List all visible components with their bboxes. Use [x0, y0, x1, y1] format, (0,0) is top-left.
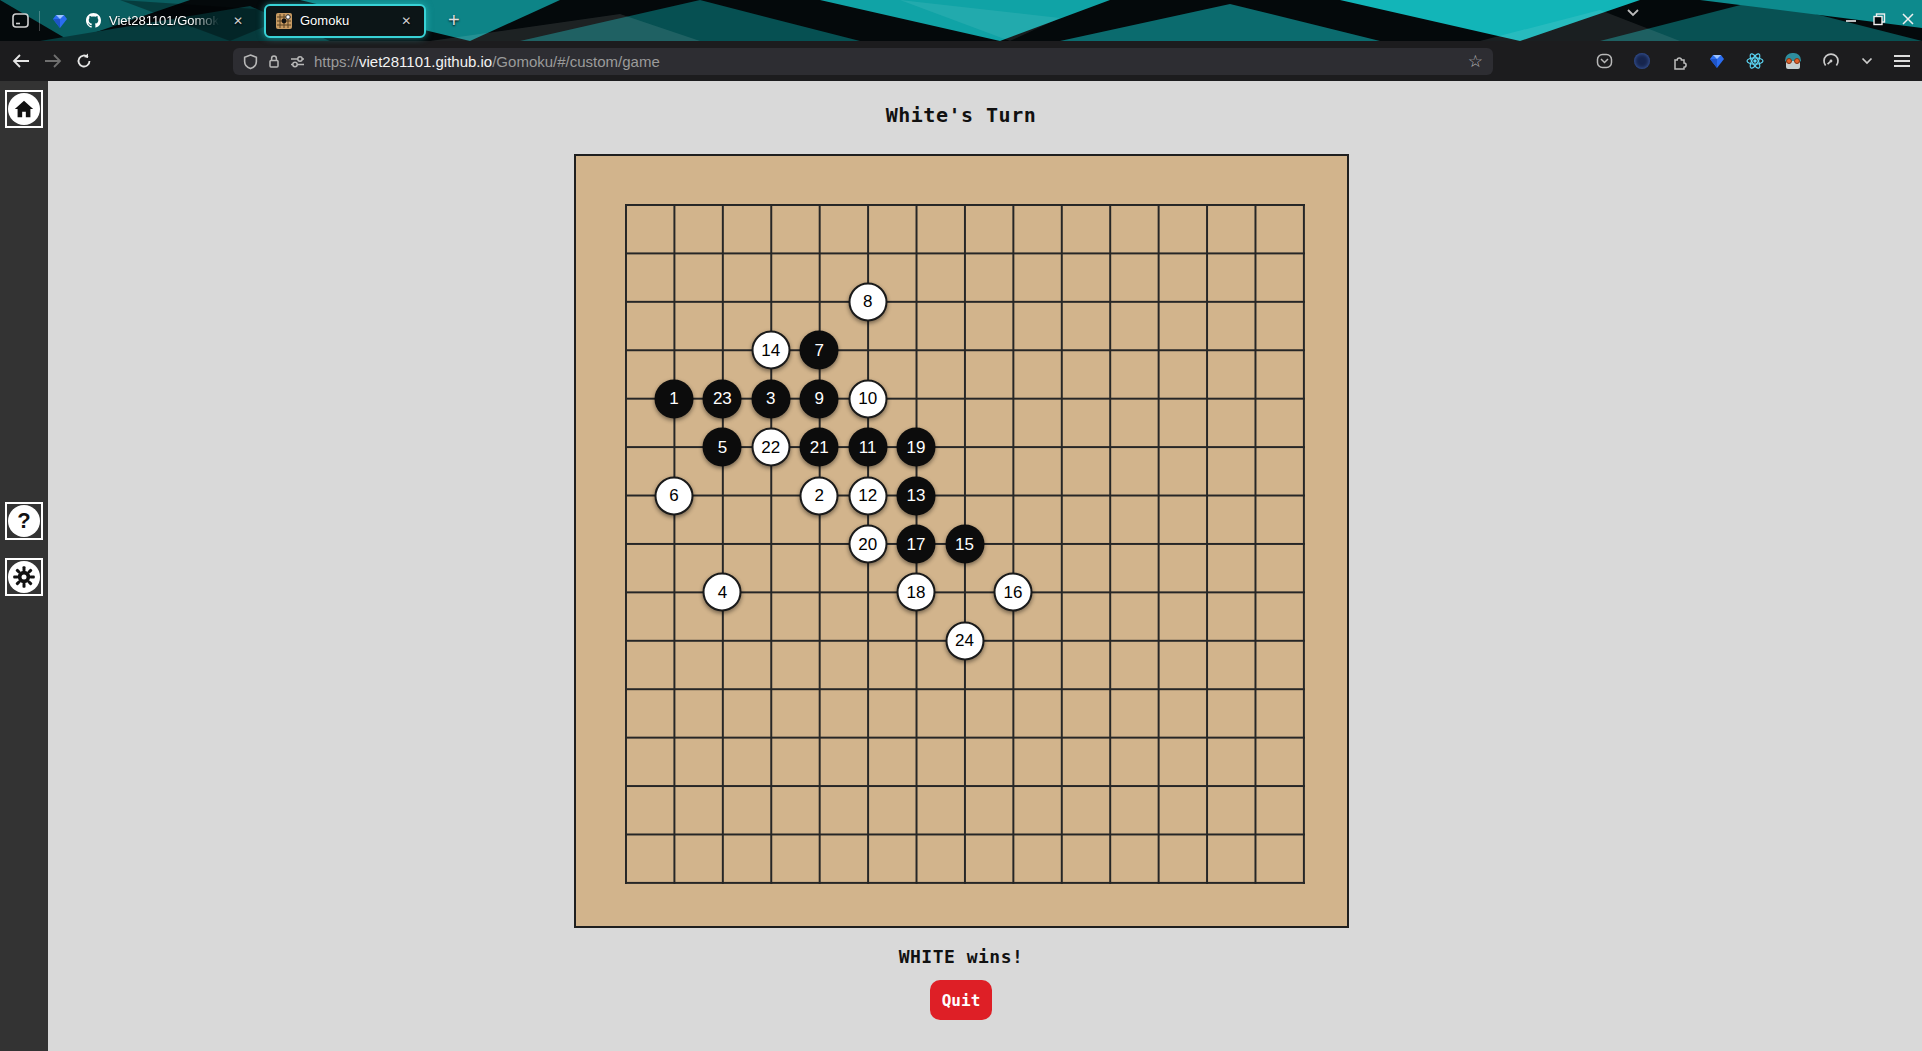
- stone-22: 22: [751, 428, 790, 467]
- reload-icon[interactable]: [76, 53, 92, 69]
- stone-21: 21: [800, 428, 839, 467]
- gomoku-page: White's Turn 123456789101112131415161718…: [0, 81, 1922, 1051]
- list-all-tabs-icon[interactable]: [1626, 8, 1640, 17]
- stone-20: 20: [848, 525, 887, 564]
- stone-18: 18: [897, 573, 936, 612]
- stone-17: 17: [897, 525, 936, 564]
- app-sidebar: ?: [0, 81, 48, 1051]
- window-minimize-button[interactable]: [1845, 13, 1857, 25]
- extension-gem-icon[interactable]: [1709, 53, 1725, 69]
- url-host: viet281101.github.io: [359, 53, 492, 70]
- new-tab-button[interactable]: +: [448, 9, 460, 32]
- window-close-button[interactable]: [1902, 13, 1914, 25]
- url-bar[interactable]: https://viet281101.github.io/Gomoku/#/cu…: [233, 48, 1493, 75]
- quit-button[interactable]: Quit: [930, 980, 992, 1020]
- url-path: /Gomoku/#/custom/game: [492, 53, 660, 70]
- tab-close-icon[interactable]: ✕: [401, 14, 411, 28]
- tab-separator: [39, 11, 40, 31]
- tab-gomoku[interactable]: Gomoku ✕: [264, 4, 426, 38]
- browser-navbar: https://viet281101.github.io/Gomoku/#/cu…: [0, 41, 1922, 81]
- status-text: WHITE wins!: [899, 946, 1024, 967]
- gear-icon: [8, 561, 40, 593]
- gauge-extension-icon[interactable]: [1822, 52, 1840, 70]
- stone-9: 9: [800, 379, 839, 418]
- window-restore-button[interactable]: [1873, 13, 1886, 26]
- extensions-puzzle-icon[interactable]: [1671, 53, 1688, 70]
- sidebar-item-help[interactable]: ?: [5, 502, 43, 540]
- home-icon: [8, 93, 40, 125]
- stone-19: 19: [897, 428, 936, 467]
- stone-11: 11: [848, 428, 887, 467]
- stone-12: 12: [848, 476, 887, 515]
- stone-8: 8: [848, 282, 887, 321]
- board-grid[interactable]: 123456789101112131415161718192021222324: [625, 204, 1305, 884]
- react-devtools-icon[interactable]: [1746, 52, 1764, 70]
- sidebar-item-home[interactable]: [5, 90, 43, 128]
- gomoku-favicon: [276, 13, 292, 29]
- github-icon: [86, 13, 101, 28]
- stone-15: 15: [945, 525, 984, 564]
- extension-navy-icon[interactable]: [1634, 53, 1650, 69]
- stone-14: 14: [751, 331, 790, 370]
- url-text[interactable]: https://viet281101.github.io/Gomoku/#/cu…: [314, 53, 1459, 70]
- robot-extension-icon[interactable]: [1785, 53, 1801, 69]
- lock-icon[interactable]: [267, 54, 281, 69]
- stone-13: 13: [897, 476, 936, 515]
- stone-5: 5: [703, 428, 742, 467]
- stone-2: 2: [800, 476, 839, 515]
- stone-7: 7: [800, 331, 839, 370]
- browser-tab-strip: Viet281101/Gomoku: On ✕ Gomoku ✕ +: [0, 0, 1922, 41]
- back-icon[interactable]: [12, 54, 30, 68]
- bookmark-star-icon[interactable]: ☆: [1468, 51, 1483, 72]
- help-icon: ?: [8, 505, 40, 537]
- tab-github-repo[interactable]: Viet281101/Gomoku: On ✕: [76, 4, 254, 38]
- toolbar-overflow-chevron-icon[interactable]: [1861, 57, 1873, 65]
- tab-close-icon[interactable]: ✕: [233, 14, 243, 28]
- stone-10: 10: [848, 379, 887, 418]
- pinned-tab-gem-icon[interactable]: [52, 13, 68, 29]
- page-title: White's Turn: [886, 103, 1037, 127]
- sidebar-item-settings[interactable]: [5, 558, 43, 596]
- stone-16: 16: [993, 573, 1032, 612]
- pocket-icon[interactable]: [1596, 53, 1613, 69]
- stone-24: 24: [945, 621, 984, 660]
- tab-title: Gomoku: [300, 13, 349, 28]
- stone-23: 23: [703, 379, 742, 418]
- menu-hamburger-icon[interactable]: [1894, 55, 1910, 67]
- tracking-shield-icon[interactable]: [243, 54, 258, 70]
- firefox-view-icon[interactable]: [12, 13, 29, 28]
- url-scheme: https://: [314, 53, 359, 70]
- tab-title: Viet281101/Gomoku: On: [109, 13, 219, 28]
- stone-4: 4: [703, 573, 742, 612]
- gomoku-board: 123456789101112131415161718192021222324: [574, 154, 1349, 928]
- permissions-icon[interactable]: [290, 55, 305, 68]
- stone-6: 6: [654, 476, 693, 515]
- forward-icon[interactable]: [44, 54, 62, 68]
- stone-1: 1: [654, 379, 693, 418]
- stone-3: 3: [751, 379, 790, 418]
